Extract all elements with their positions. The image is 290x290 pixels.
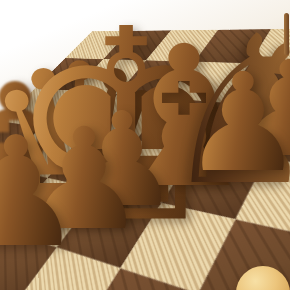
distant-piece-tip [284,13,289,55]
pawn-1-piece: ♟ [0,117,84,269]
pawn-4-piece: ♟ [182,55,290,191]
chess-set-photo: ♝♛♚♝♞♟♟♟♟♟ [0,0,290,290]
